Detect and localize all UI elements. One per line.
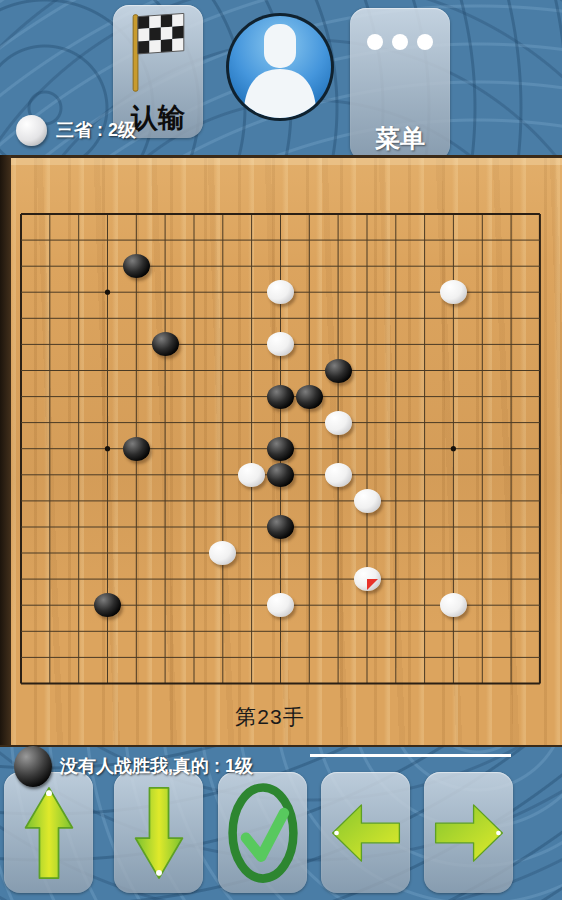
- divider-line: [310, 754, 511, 757]
- white-stone-icon: [16, 115, 47, 146]
- stone-black: [267, 463, 294, 487]
- menu-label: 菜单: [375, 126, 425, 151]
- nav-prev-button[interactable]: [321, 772, 410, 893]
- stone-white: [354, 567, 381, 591]
- person-icon: [225, 8, 335, 126]
- stone-black: [123, 437, 150, 461]
- opponent-avatar[interactable]: [225, 8, 335, 126]
- white-player-row: 三省 : 2级: [16, 112, 136, 148]
- stone-black: [123, 254, 150, 278]
- stone-black: [267, 515, 294, 539]
- black-player-row: 没有人战胜我,真的 : 1级: [14, 744, 253, 788]
- checkered-flag-icon: [125, 9, 191, 95]
- stone-white: [325, 411, 352, 435]
- down-arrow-icon: [133, 782, 185, 884]
- stone-black: [296, 385, 323, 409]
- app-screen: 认输 菜单 三省 : 2级: [0, 0, 562, 900]
- three-dots-icon: [367, 34, 433, 50]
- stone-white: [440, 593, 467, 617]
- resign-label: 认输: [131, 105, 185, 132]
- stone-black: [152, 332, 179, 356]
- confirm-check-icon: [225, 780, 301, 886]
- nav-down-button[interactable]: [114, 772, 203, 893]
- nav-up-button[interactable]: [4, 772, 93, 893]
- stone-black: [325, 359, 352, 383]
- stone-black: [267, 437, 294, 461]
- stone-white: [267, 280, 294, 304]
- up-arrow-icon: [23, 782, 75, 884]
- stone-white: [354, 489, 381, 513]
- move-number-label: 第23手: [0, 703, 562, 731]
- black-stone-icon: [14, 746, 52, 787]
- nav-next-button[interactable]: [424, 772, 513, 893]
- black-player-label: 没有人战胜我,真的 : 1级: [60, 754, 253, 778]
- stone-white: [267, 593, 294, 617]
- right-arrow-icon: [433, 795, 505, 871]
- menu-button[interactable]: 菜单: [350, 8, 450, 161]
- stone-white: [325, 463, 352, 487]
- stone-white: [440, 280, 467, 304]
- left-arrow-icon: [330, 795, 402, 871]
- confirm-button[interactable]: [218, 772, 307, 893]
- stone-white: [238, 463, 265, 487]
- stone-black: [94, 593, 121, 617]
- stone-black: [267, 385, 294, 409]
- white-player-label: 三省 : 2级: [56, 118, 136, 142]
- go-board[interactable]: 第23手: [0, 155, 562, 747]
